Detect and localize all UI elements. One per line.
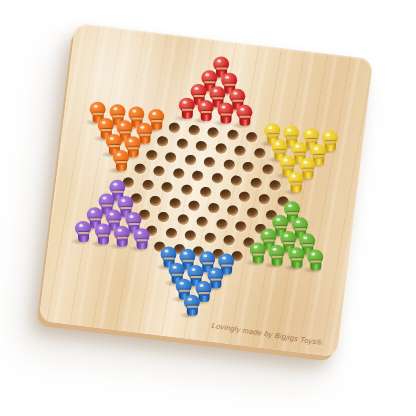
peg-blue[interactable] <box>184 295 200 316</box>
peg-groove <box>305 139 316 141</box>
peg-highlight <box>222 256 226 259</box>
peg-groove <box>150 120 161 122</box>
peg-highlight <box>273 247 277 250</box>
hole[interactable] <box>184 154 196 165</box>
peg-groove <box>108 221 119 223</box>
peg-highlight <box>225 75 229 78</box>
hole[interactable] <box>226 129 238 140</box>
peg-purple[interactable] <box>133 228 149 249</box>
peg-groove <box>231 100 242 102</box>
peg-highlight <box>265 231 269 234</box>
chinese-checkers-board: Lovingly made by Bigjigs Toys® <box>39 23 373 357</box>
peg-groove <box>239 116 250 118</box>
peg-groove <box>92 113 103 115</box>
peg-highlight <box>199 284 203 287</box>
hole[interactable] <box>208 202 220 213</box>
peg-groove <box>274 151 285 153</box>
peg-groove <box>252 254 263 256</box>
peg-purple[interactable] <box>94 223 110 244</box>
peg-highlight <box>303 160 307 163</box>
peg-highlight <box>152 111 156 114</box>
peg-groove <box>186 306 197 308</box>
peg-groove <box>182 260 193 262</box>
peg-groove <box>131 118 142 120</box>
hole[interactable] <box>223 159 235 170</box>
peg-groove <box>266 134 277 136</box>
peg-groove <box>302 245 313 247</box>
peg-highlight <box>253 245 257 248</box>
peg-highlight <box>91 210 95 213</box>
peg-groove <box>101 205 112 207</box>
hole[interactable] <box>250 177 262 188</box>
peg-green[interactable] <box>288 247 304 268</box>
peg-green[interactable] <box>307 249 323 270</box>
peg-highlight <box>203 254 207 257</box>
peg-groove <box>209 279 220 281</box>
peg-groove <box>301 169 312 171</box>
peg-groove <box>282 167 293 169</box>
peg-highlight <box>287 128 291 131</box>
hole[interactable] <box>176 138 188 149</box>
peg-groove <box>112 115 123 117</box>
hole[interactable] <box>227 205 239 216</box>
peg-highlight <box>295 144 299 147</box>
peg-groove <box>97 235 108 237</box>
peg-groove <box>220 114 231 116</box>
peg-highlight <box>113 107 117 110</box>
hole[interactable] <box>269 180 281 191</box>
hole[interactable] <box>238 191 250 202</box>
peg-groove <box>100 129 111 131</box>
peg-highlight <box>121 198 125 201</box>
hole[interactable] <box>188 124 200 135</box>
peg-highlight <box>188 297 192 300</box>
peg-highlight <box>217 59 221 62</box>
peg-groove <box>178 290 189 292</box>
peg-groove <box>136 239 147 241</box>
peg-groove <box>200 111 211 113</box>
peg-red[interactable] <box>198 100 214 121</box>
peg-highlight <box>79 223 83 226</box>
hole[interactable] <box>172 168 184 179</box>
hole[interactable] <box>203 157 215 168</box>
hole[interactable] <box>246 207 258 218</box>
peg-groove <box>204 81 215 83</box>
peg-highlight <box>233 91 237 94</box>
peg-groove <box>283 242 294 244</box>
peg-highlight <box>211 270 215 273</box>
peg-groove <box>212 98 223 100</box>
hole[interactable] <box>134 163 146 174</box>
hole[interactable] <box>196 216 208 227</box>
hole[interactable] <box>192 170 204 181</box>
peg-highlight <box>98 226 102 229</box>
hole[interactable] <box>157 136 169 147</box>
peg-highlight <box>284 158 288 161</box>
peg-groove <box>202 262 213 264</box>
peg-highlight <box>109 136 113 139</box>
peg-highlight <box>288 204 292 207</box>
peg-highlight <box>311 252 315 255</box>
peg-groove <box>116 161 127 163</box>
peg-groove <box>271 256 282 258</box>
hole[interactable] <box>207 127 219 138</box>
hole[interactable] <box>142 179 154 190</box>
hole[interactable] <box>231 175 243 186</box>
peg-highlight <box>303 236 307 239</box>
hole[interactable] <box>195 140 207 151</box>
peg-groove <box>120 207 131 209</box>
peg-highlight <box>213 89 217 92</box>
peg-groove <box>294 229 305 231</box>
peg-groove <box>127 148 138 150</box>
peg-highlight <box>180 281 184 284</box>
hole[interactable] <box>215 219 227 230</box>
peg-orange[interactable] <box>113 150 129 171</box>
peg-highlight <box>94 104 98 107</box>
hole[interactable] <box>165 152 177 163</box>
peg-highlight <box>276 217 280 220</box>
peg-groove <box>294 153 305 155</box>
peg-highlight <box>102 196 106 199</box>
hole[interactable] <box>157 211 169 222</box>
peg-groove <box>139 134 150 136</box>
peg-highlight <box>241 107 245 110</box>
peg-groove <box>89 218 100 220</box>
hole[interactable] <box>246 132 258 143</box>
hole[interactable] <box>169 198 181 209</box>
peg-highlight <box>326 133 330 136</box>
peg-highlight <box>172 265 176 268</box>
peg-highlight <box>132 109 136 112</box>
hole[interactable] <box>211 173 223 184</box>
peg-highlight <box>102 120 106 123</box>
hole[interactable] <box>188 200 200 211</box>
peg-groove <box>286 212 297 214</box>
peg-groove <box>119 132 130 134</box>
peg-groove <box>190 276 201 278</box>
peg-green[interactable] <box>269 245 285 266</box>
hole[interactable] <box>180 184 192 195</box>
peg-groove <box>290 183 301 185</box>
peg-highlight <box>118 228 122 231</box>
hole[interactable] <box>223 235 235 246</box>
peg-groove <box>171 274 182 276</box>
hole[interactable] <box>168 122 180 133</box>
peg-highlight <box>206 73 210 76</box>
peg-groove <box>108 145 119 147</box>
peg-groove <box>286 137 297 139</box>
peg-groove <box>223 84 234 86</box>
hole[interactable] <box>185 230 197 241</box>
peg-groove <box>181 109 192 111</box>
peg-groove <box>128 223 139 225</box>
peg-groove <box>263 240 274 242</box>
peg-highlight <box>184 251 188 254</box>
peg-highlight <box>114 182 118 185</box>
hole[interactable] <box>204 232 216 243</box>
product-photo-scene: Lovingly made by Bigjigs Toys® <box>0 0 416 416</box>
peg-red[interactable] <box>179 98 195 119</box>
peg-highlight <box>117 153 121 156</box>
peg-highlight <box>221 105 225 108</box>
hole[interactable] <box>235 221 247 232</box>
peg-highlight <box>296 220 300 223</box>
hole[interactable] <box>200 186 212 197</box>
hole[interactable] <box>234 145 246 156</box>
peg-purple[interactable] <box>75 221 91 242</box>
peg-highlight <box>291 174 295 177</box>
hole[interactable] <box>261 164 273 175</box>
hole[interactable] <box>153 166 165 177</box>
peg-yellow[interactable] <box>287 171 303 192</box>
hole[interactable] <box>177 214 189 225</box>
peg-highlight <box>307 130 311 133</box>
peg-grid <box>39 23 373 357</box>
peg-green[interactable] <box>249 242 265 263</box>
hole[interactable] <box>161 182 173 193</box>
peg-groove <box>216 68 227 70</box>
peg-highlight <box>192 267 196 270</box>
hole[interactable] <box>149 195 161 206</box>
peg-highlight <box>194 86 198 89</box>
peg-highlight <box>202 103 206 106</box>
peg-purple[interactable] <box>114 226 130 247</box>
peg-highlight <box>292 250 296 253</box>
peg-groove <box>221 265 232 267</box>
peg-highlight <box>137 231 141 234</box>
peg-highlight <box>140 125 144 128</box>
hole[interactable] <box>145 149 157 160</box>
peg-highlight <box>164 249 168 252</box>
peg-highlight <box>110 212 114 215</box>
peg-groove <box>193 95 204 97</box>
peg-groove <box>78 232 89 234</box>
peg-groove <box>290 258 301 260</box>
peg-groove <box>310 261 321 263</box>
hole[interactable] <box>258 193 270 204</box>
peg-groove <box>163 258 174 260</box>
hole[interactable] <box>242 161 254 172</box>
peg-groove <box>324 142 335 144</box>
peg-groove <box>112 191 123 193</box>
peg-highlight <box>121 123 125 126</box>
peg-highlight <box>183 100 187 103</box>
hole[interactable] <box>254 148 266 159</box>
peg-groove <box>116 237 127 239</box>
peg-highlight <box>284 234 288 237</box>
hole[interactable] <box>219 189 231 200</box>
hole[interactable] <box>165 227 177 238</box>
peg-groove <box>313 155 324 157</box>
peg-red[interactable] <box>217 102 233 123</box>
hole[interactable] <box>215 143 227 154</box>
peg-red[interactable] <box>237 105 253 126</box>
peg-groove <box>275 226 286 228</box>
peg-highlight <box>129 214 133 217</box>
peg-highlight <box>268 126 272 129</box>
peg-highlight <box>276 142 280 145</box>
peg-highlight <box>314 147 318 150</box>
peg-groove <box>198 292 209 294</box>
peg-highlight <box>129 139 133 142</box>
